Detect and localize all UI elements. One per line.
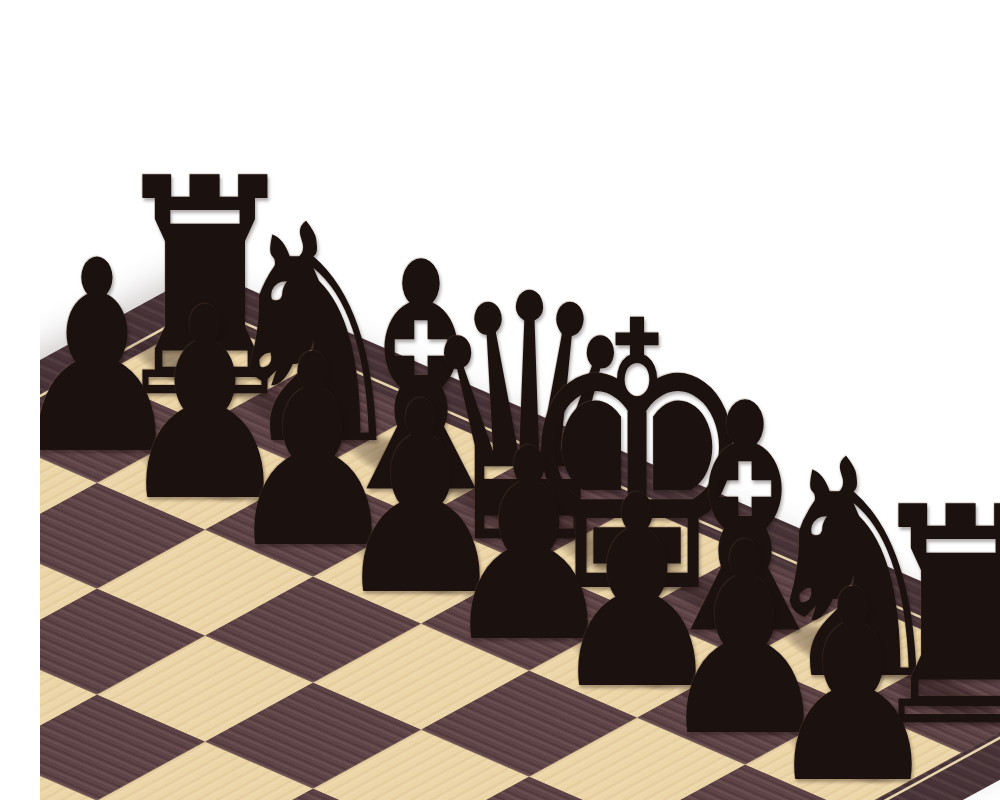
scene-caption: Ebonised black Staunton chessmen set up …: [40, 16, 41, 17]
board-squares: [40, 318, 1000, 800]
chess-board: [40, 270, 1000, 800]
board-scene: Ebonised black Staunton chessmen set up …: [40, 16, 1000, 800]
